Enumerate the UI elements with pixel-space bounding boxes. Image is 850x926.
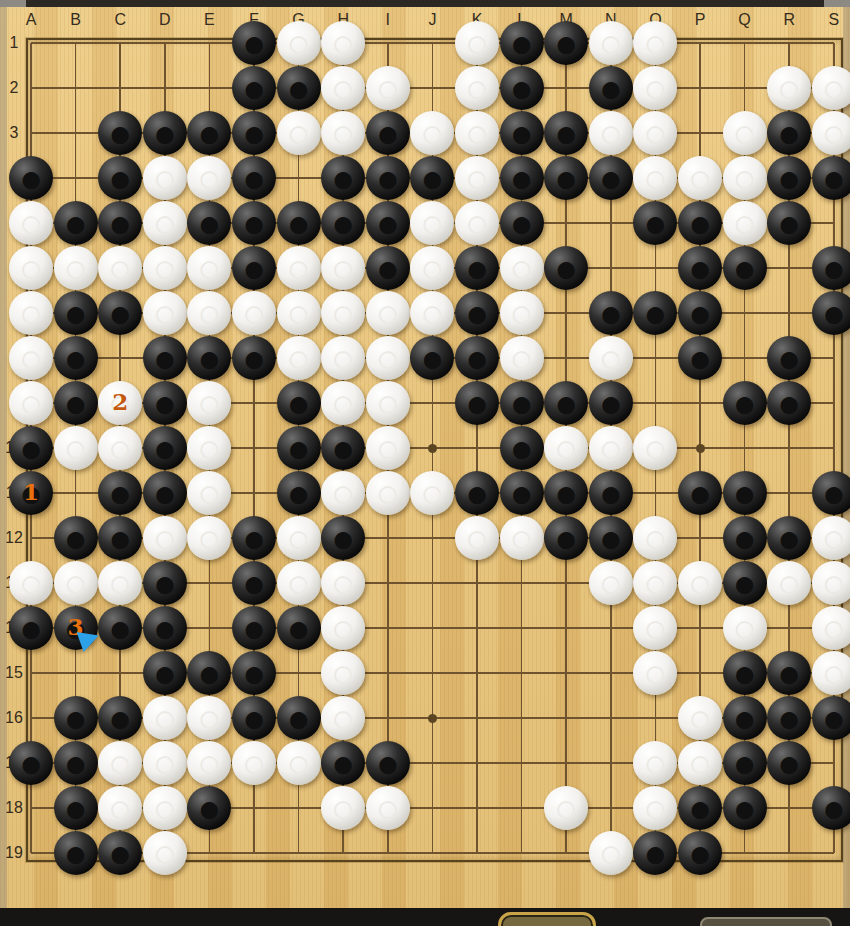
black-stone: ● [143, 606, 187, 650]
white-stone-glyph: ○ [643, 21, 667, 65]
black-stone: ● [678, 246, 722, 290]
white-stone: ○ [366, 336, 410, 380]
black-stone: ● [767, 651, 811, 695]
black-stone-glyph: ● [510, 66, 534, 110]
black-stone-glyph: ● [242, 561, 266, 605]
black-stone-glyph: ● [554, 471, 578, 515]
white-stone-glyph: ○ [376, 426, 400, 470]
white-stone-glyph: ○ [599, 111, 623, 155]
black-stone-glyph: ● [287, 426, 311, 470]
black-stone-glyph: ● [643, 291, 667, 335]
black-stone-glyph: ● [733, 741, 757, 785]
black-stone-glyph: ● [242, 156, 266, 200]
black-stone: ● [767, 741, 811, 785]
white-stone-glyph: ○ [465, 156, 489, 200]
black-stone: ● [9, 606, 53, 650]
black-stone: ● [143, 471, 187, 515]
white-stone: ○ [321, 696, 365, 740]
white-stone: ○ [544, 426, 588, 470]
black-stone: ● [277, 381, 321, 425]
black-stone: ● [767, 381, 811, 425]
black-stone: ● [500, 111, 544, 155]
white-stone-glyph: ○ [287, 111, 311, 155]
black-stone-glyph: ● [287, 201, 311, 245]
black-stone-glyph: ● [287, 66, 311, 110]
black-stone: ● [723, 471, 767, 515]
white-stone-glyph: ○ [331, 651, 355, 695]
white-stone: ○ [678, 561, 722, 605]
black-stone-glyph: ● [822, 246, 846, 290]
white-stone: ○ [678, 696, 722, 740]
black-stone-glyph: ● [777, 336, 801, 380]
white-stone-glyph: ○ [688, 741, 712, 785]
black-stone-glyph: ● [153, 606, 177, 650]
white-stone: ○ [723, 606, 767, 650]
white-stone-glyph: ○ [510, 291, 534, 335]
column-label: P [690, 12, 710, 28]
black-stone-glyph: ● [64, 831, 88, 875]
white-stone-glyph: ○ [643, 516, 667, 560]
white-stone: ○ [277, 246, 321, 290]
black-stone-glyph: ● [242, 516, 266, 560]
black-stone-glyph: ● [108, 696, 132, 740]
black-stone-glyph: ● [331, 156, 355, 200]
black-stone: ● [589, 291, 633, 335]
white-stone-glyph: ○ [287, 336, 311, 380]
black-stone-glyph: ● [420, 156, 444, 200]
white-stone-glyph: ○ [643, 741, 667, 785]
column-label: S [824, 12, 844, 28]
white-stone: ○ [232, 741, 276, 785]
white-stone: ○ [589, 561, 633, 605]
black-stone: ● [500, 156, 544, 200]
white-stone-glyph: ○ [153, 246, 177, 290]
black-stone-glyph: ● [153, 381, 177, 425]
black-stone-glyph: ● [554, 156, 578, 200]
black-stone: ● [723, 561, 767, 605]
white-stone: ○ [277, 291, 321, 335]
black-stone: ● [633, 831, 677, 875]
black-stone: ● [589, 156, 633, 200]
black-stone-glyph: ● [108, 111, 132, 155]
black-stone-glyph: ● [19, 606, 43, 650]
black-stone: ● [723, 516, 767, 560]
white-stone: ○ [9, 246, 53, 290]
white-stone-glyph: ○ [197, 426, 221, 470]
black-stone-glyph: ● [19, 741, 43, 785]
white-stone: ○ [321, 786, 365, 830]
black-stone-glyph: ● [688, 201, 712, 245]
black-stone-glyph: ● [688, 246, 712, 290]
black-stone: ● [723, 786, 767, 830]
white-stone-glyph: ○ [376, 66, 400, 110]
white-stone-glyph: ○ [153, 741, 177, 785]
white-stone-glyph: ○ [108, 741, 132, 785]
white-stone-glyph: ○ [643, 561, 667, 605]
black-stone-glyph: ● [242, 606, 266, 650]
column-label: I [378, 12, 398, 28]
black-stone-glyph: ● [554, 21, 578, 65]
white-stone-glyph: ○ [153, 156, 177, 200]
black-stone: ● [232, 336, 276, 380]
white-stone-glyph: ○ [64, 561, 88, 605]
white-stone-glyph: ○ [420, 111, 444, 155]
black-stone-glyph: ● [197, 336, 221, 380]
move-number-label: 2 [112, 388, 128, 415]
white-stone: ○ [98, 426, 142, 470]
black-stone: ● [232, 111, 276, 155]
white-stone: ○ [321, 381, 365, 425]
black-stone: ● [277, 66, 321, 110]
black-stone: ● [812, 291, 850, 335]
black-stone-glyph: ● [153, 426, 177, 470]
black-stone-glyph: ● [510, 381, 534, 425]
white-stone: ○ [232, 291, 276, 335]
white-stone: ○ [366, 291, 410, 335]
black-stone: ● [723, 696, 767, 740]
black-stone-glyph: ● [376, 741, 400, 785]
black-stone-glyph: ● [777, 111, 801, 155]
white-stone-glyph: ○ [108, 786, 132, 830]
black-stone-glyph: ● [554, 516, 578, 560]
white-stone-glyph: ○ [287, 291, 311, 335]
white-stone-glyph: ○ [242, 291, 266, 335]
black-stone-glyph: ● [599, 291, 623, 335]
black-stone: ● [98, 111, 142, 155]
white-stone: ○ [321, 21, 365, 65]
white-stone: ○ [143, 786, 187, 830]
black-stone-glyph: ● [822, 291, 846, 335]
black-stone: ● [277, 426, 321, 470]
black-stone: ● [54, 336, 98, 380]
white-stone-glyph: ○ [153, 201, 177, 245]
black-stone-glyph: ● [465, 471, 489, 515]
white-stone: ○ [767, 66, 811, 110]
white-stone: ○ [321, 471, 365, 515]
white-stone: ○ [321, 606, 365, 650]
black-stone-glyph: ● [777, 696, 801, 740]
black-stone-glyph: ● [599, 66, 623, 110]
white-stone: ○ [54, 246, 98, 290]
white-stone-glyph: ○ [331, 336, 355, 380]
black-stone: ● [366, 246, 410, 290]
black-stone-glyph: ● [287, 606, 311, 650]
white-stone-glyph: ○ [688, 561, 712, 605]
white-stone-glyph: ○ [733, 606, 757, 650]
white-stone: ○ [723, 111, 767, 155]
black-stone: ● [767, 336, 811, 380]
black-stone: ● [54, 381, 98, 425]
black-stone-glyph: ● [822, 156, 846, 200]
black-stone: ● [321, 516, 365, 560]
black-stone-glyph: ● [19, 426, 43, 470]
black-stone: ● [589, 381, 633, 425]
white-stone: ○ [366, 66, 410, 110]
black-stone-glyph: ● [19, 156, 43, 200]
white-stone: ○ [98, 561, 142, 605]
black-stone: ● [232, 246, 276, 290]
white-stone: ○ [321, 246, 365, 290]
black-stone: ● [54, 696, 98, 740]
black-stone-glyph: ● [777, 156, 801, 200]
black-stone: ● [544, 246, 588, 290]
white-stone-glyph: ○ [733, 156, 757, 200]
white-stone: ○ [455, 201, 499, 245]
black-stone-glyph: ● [197, 201, 221, 245]
black-stone: ● [277, 696, 321, 740]
black-stone: ● [723, 651, 767, 695]
white-stone: ○ [9, 381, 53, 425]
black-stone-glyph: ● [688, 831, 712, 875]
black-stone-glyph: ● [688, 291, 712, 335]
black-stone-glyph: ● [465, 246, 489, 290]
black-stone-glyph: ● [331, 426, 355, 470]
white-stone: ○ [143, 291, 187, 335]
black-stone: ● [366, 201, 410, 245]
black-stone: ● [143, 561, 187, 605]
bottom-toolbar [0, 908, 850, 926]
white-stone-glyph: ○ [376, 471, 400, 515]
black-stone: ● [589, 66, 633, 110]
white-stone: ○ [366, 426, 410, 470]
black-stone-glyph: ● [153, 561, 177, 605]
black-stone-glyph: ● [510, 111, 534, 155]
white-stone-glyph: ○ [331, 381, 355, 425]
white-stone: ○ [143, 741, 187, 785]
black-stone: ● [812, 246, 850, 290]
white-stone-glyph: ○ [153, 516, 177, 560]
black-stone-glyph: ● [733, 471, 757, 515]
white-stone: ○ [544, 786, 588, 830]
black-stone-glyph: ● [510, 426, 534, 470]
black-stone: ● [143, 111, 187, 155]
white-stone-glyph: ○ [19, 246, 43, 290]
white-stone: ○ [366, 471, 410, 515]
black-stone-glyph: ● [376, 156, 400, 200]
white-stone-glyph: ○ [420, 246, 444, 290]
white-stone: ○ [500, 246, 544, 290]
white-stone-glyph: ○ [376, 291, 400, 335]
white-stone-glyph: ○ [153, 696, 177, 740]
black-stone-glyph: ● [465, 291, 489, 335]
white-stone: ○ [812, 111, 850, 155]
white-stone-glyph: ○ [643, 111, 667, 155]
black-stone: ● [98, 516, 142, 560]
white-stone-glyph: ○ [197, 156, 221, 200]
black-stone: ● [9, 426, 53, 470]
white-stone-glyph: ○ [510, 246, 534, 290]
white-stone-glyph: ○ [331, 696, 355, 740]
black-stone-glyph: ● [777, 651, 801, 695]
black-stone: ● [54, 201, 98, 245]
bottom-left-button[interactable] [498, 912, 596, 926]
white-stone: ○ [277, 741, 321, 785]
black-stone-glyph: ● [108, 606, 132, 650]
white-stone-glyph: ○ [822, 111, 846, 155]
black-stone: ● [366, 111, 410, 155]
black-stone-glyph: ● [465, 336, 489, 380]
white-stone-glyph: ○ [643, 606, 667, 650]
black-stone-glyph: ● [376, 201, 400, 245]
white-stone-glyph: ○ [822, 561, 846, 605]
white-stone: ○ [98, 786, 142, 830]
black-stone-glyph: ● [242, 246, 266, 290]
white-stone-glyph: ○ [777, 66, 801, 110]
white-stone: ○ [678, 156, 722, 200]
black-stone-glyph: ● [242, 66, 266, 110]
white-stone: ○ [455, 21, 499, 65]
white-stone: ○ [812, 561, 850, 605]
white-stone: ○ [767, 561, 811, 605]
black-stone-glyph: ● [242, 21, 266, 65]
column-label: A [21, 12, 41, 28]
white-stone-glyph: ○ [599, 831, 623, 875]
black-stone: ● [544, 156, 588, 200]
black-stone-glyph: ● [331, 741, 355, 785]
white-stone-glyph: ○ [19, 381, 43, 425]
white-stone-glyph: ○ [822, 651, 846, 695]
top-bar [0, 0, 850, 7]
white-stone-glyph: ○ [287, 21, 311, 65]
white-stone-glyph: ○ [153, 831, 177, 875]
black-stone-glyph: ● [733, 246, 757, 290]
white-stone-glyph: ○ [287, 561, 311, 605]
white-stone: ○ [589, 111, 633, 155]
white-stone-glyph: ○ [153, 786, 177, 830]
white-stone: ○ [500, 336, 544, 380]
black-stone-glyph: ● [733, 696, 757, 740]
white-stone: ○ [455, 66, 499, 110]
black-stone-glyph: ● [733, 786, 757, 830]
white-stone: ○ [143, 831, 187, 875]
black-stone: ● [500, 471, 544, 515]
black-stone: ● [143, 651, 187, 695]
white-stone-glyph: ○ [510, 516, 534, 560]
black-stone-glyph: ● [197, 651, 221, 695]
white-stone-glyph: ○ [153, 291, 177, 335]
black-stone-glyph: ● [733, 651, 757, 695]
black-stone-glyph: ● [733, 381, 757, 425]
black-stone: ● [232, 606, 276, 650]
white-stone-glyph: ○ [643, 786, 667, 830]
black-stone-glyph: ● [599, 381, 623, 425]
black-stone: ● [500, 21, 544, 65]
white-stone-glyph: ○ [510, 336, 534, 380]
black-stone: ● [678, 201, 722, 245]
black-stone: ● [767, 516, 811, 560]
black-stone-glyph: ● [822, 786, 846, 830]
white-stone-glyph: ○ [287, 246, 311, 290]
black-stone: ● [54, 291, 98, 335]
black-stone-glyph: ● [108, 831, 132, 875]
white-stone-glyph: ○ [465, 201, 489, 245]
white-stone: ○ [277, 111, 321, 155]
black-stone-glyph: ● [510, 201, 534, 245]
black-stone: ● [232, 21, 276, 65]
black-stone-glyph: ● [108, 291, 132, 335]
black-stone: ● [589, 516, 633, 560]
white-stone: ○ [321, 336, 365, 380]
black-stone-glyph: ● [108, 156, 132, 200]
black-stone: ● [54, 741, 98, 785]
black-stone: ● [544, 516, 588, 560]
white-stone-glyph: ○ [554, 786, 578, 830]
white-stone-glyph: ○ [242, 741, 266, 785]
white-stone-glyph: ○ [19, 201, 43, 245]
star-point [696, 444, 705, 453]
white-stone-glyph: ○ [822, 606, 846, 650]
black-stone: ● [812, 696, 850, 740]
black-stone-glyph: ● [242, 201, 266, 245]
star-point [428, 714, 437, 723]
black-stone: ● [98, 606, 142, 650]
black-stone: ● [232, 66, 276, 110]
black-stone-glyph: ● [688, 471, 712, 515]
white-stone-glyph: ○ [197, 381, 221, 425]
black-stone-glyph: ● [64, 381, 88, 425]
black-stone: ● [678, 291, 722, 335]
white-stone: ○ [277, 336, 321, 380]
black-stone-glyph: ● [376, 246, 400, 290]
black-stone-glyph: ● [64, 336, 88, 380]
white-stone-glyph: ○ [822, 516, 846, 560]
bottom-right-button[interactable] [700, 917, 832, 926]
white-stone-glyph: ○ [331, 606, 355, 650]
white-stone: ○ [589, 831, 633, 875]
black-stone: ● [321, 426, 365, 470]
white-stone-glyph: ○ [599, 426, 623, 470]
column-label: B [66, 12, 86, 28]
white-stone: ○ [812, 606, 850, 650]
black-stone: ● [455, 246, 499, 290]
black-stone-glyph: ● [287, 381, 311, 425]
black-stone-glyph: ● [153, 651, 177, 695]
white-stone-glyph: ○ [465, 66, 489, 110]
white-stone-glyph: ○ [777, 561, 801, 605]
black-stone-glyph: ● [108, 471, 132, 515]
black-stone-glyph: ● [554, 246, 578, 290]
white-stone-glyph: ○ [420, 471, 444, 515]
go-board[interactable]: ABCDEFGHIJKLMNOPQRS123456789101112131415… [0, 7, 850, 908]
black-stone-glyph: ● [108, 201, 132, 245]
black-stone-glyph: ● [777, 381, 801, 425]
white-stone-glyph: ○ [64, 426, 88, 470]
white-stone: ○ [589, 426, 633, 470]
white-stone: ○ [321, 651, 365, 695]
white-stone-glyph: ○ [287, 516, 311, 560]
white-stone: ○ [723, 201, 767, 245]
white-stone-glyph: ○ [197, 471, 221, 515]
black-stone-glyph: ● [510, 21, 534, 65]
black-stone: ● [812, 786, 850, 830]
white-stone: ○ [455, 156, 499, 200]
black-stone: ● [321, 741, 365, 785]
black-stone-glyph: ● [64, 201, 88, 245]
go-app-window: ABCDEFGHIJKLMNOPQRS123456789101112131415… [0, 0, 850, 926]
black-stone-glyph: ● [153, 111, 177, 155]
black-stone-glyph: ● [599, 516, 623, 560]
black-stone: ● [232, 516, 276, 560]
black-stone: ● [812, 471, 850, 515]
white-stone: ○ [589, 336, 633, 380]
black-stone: ● [98, 471, 142, 515]
white-stone-glyph: ○ [688, 696, 712, 740]
white-stone: ○ [366, 786, 410, 830]
white-stone: ○ [143, 156, 187, 200]
black-stone: ● [366, 156, 410, 200]
black-stone: ● [277, 201, 321, 245]
white-stone-glyph: ○ [465, 516, 489, 560]
